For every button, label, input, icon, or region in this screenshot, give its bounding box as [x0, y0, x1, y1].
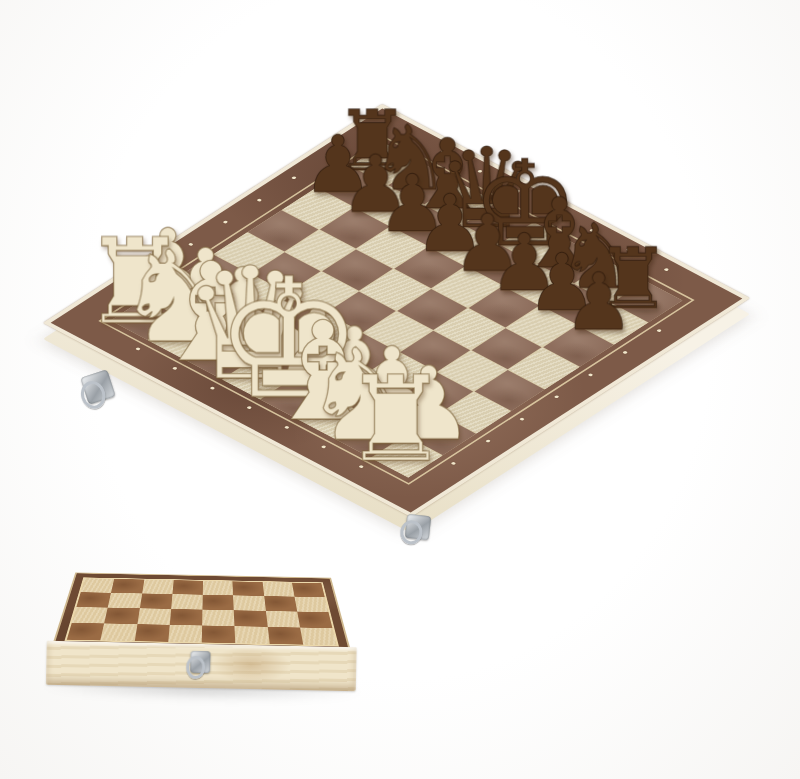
- frame-pin: [120, 287, 126, 291]
- frame-pin: [246, 406, 252, 410]
- box-square: [234, 610, 267, 627]
- folded-box-checkerboard: [65, 577, 339, 646]
- frame-pin: [451, 461, 457, 465]
- box-square: [300, 628, 337, 646]
- box-square: [265, 611, 299, 628]
- frame-pin: [257, 198, 263, 202]
- front-clasp-icon: [397, 509, 438, 545]
- box-clasp-icon: [184, 648, 217, 677]
- box-square: [235, 626, 270, 644]
- frame-pin: [588, 373, 594, 377]
- chess-pieces-layer: ♜♞♝♛♚♝♞♜♟♟♟♟♟♟♟♟♟♟♟♟♟♟♟♟♜♞♝♛♚♝♞♜: [111, 144, 683, 478]
- box-square: [76, 592, 111, 607]
- box-square: [172, 580, 203, 595]
- frame-pin: [588, 228, 594, 232]
- box-square: [139, 593, 172, 608]
- box-square: [170, 609, 203, 626]
- frame-pin: [188, 242, 194, 246]
- frame-pin: [135, 347, 141, 351]
- frame-pin: [325, 154, 331, 158]
- box-square: [72, 607, 108, 623]
- frame-pin: [551, 209, 557, 213]
- frame-pin: [291, 176, 297, 180]
- frame-pin: [519, 417, 525, 421]
- box-square: [233, 581, 264, 596]
- frame-pin: [222, 220, 228, 224]
- frame-pin: [440, 150, 446, 154]
- box-square: [203, 581, 234, 596]
- frame-pin: [554, 395, 560, 399]
- box-square: [111, 579, 144, 594]
- box-square: [267, 627, 303, 645]
- box-square: [108, 593, 142, 608]
- frame-pin: [622, 351, 628, 355]
- box-square: [142, 580, 174, 595]
- frame-pin: [283, 425, 289, 429]
- box-square: [202, 625, 236, 643]
- box-square: [264, 596, 297, 612]
- frame-pin: [656, 329, 662, 333]
- frame-pin: [321, 445, 327, 449]
- box-square: [137, 608, 171, 625]
- frame-pin: [209, 386, 215, 390]
- box-square: [81, 578, 115, 593]
- box-square: [171, 594, 203, 610]
- box-square: [67, 623, 105, 641]
- box-square: [294, 597, 328, 613]
- open-chess-board: ♜♞♝♛♚♝♞♜♟♟♟♟♟♟♟♟♟♟♟♟♟♟♟♟♜♞♝♛♚♝♞♜: [43, 104, 750, 517]
- frame-pin: [626, 248, 632, 252]
- frame-pin: [358, 465, 364, 469]
- box-square: [262, 582, 294, 597]
- box-square: [233, 595, 265, 611]
- folded-chess-box: [44, 553, 359, 710]
- box-square: [202, 595, 234, 611]
- frame-pin: [172, 366, 178, 370]
- box-square: [202, 610, 235, 627]
- box-square: [104, 608, 139, 625]
- folded-box-front: [46, 641, 357, 691]
- box-square: [101, 623, 137, 641]
- product-photo-scene: ♜♞♝♛♚♝♞♜♟♟♟♟♟♟♟♟♟♟♟♟♟♟♟♟♜♞♝♛♚♝♞♜: [0, 0, 800, 779]
- frame-pin: [477, 169, 483, 173]
- box-square: [292, 583, 325, 598]
- box-square: [134, 624, 169, 642]
- box-square: [297, 612, 332, 629]
- frame-pin: [514, 189, 520, 193]
- folded-box-top-wrap: [52, 553, 354, 655]
- box-square: [168, 625, 202, 643]
- frame-pin: [485, 439, 491, 443]
- frame-pin: [154, 265, 160, 269]
- frame-pin: [663, 268, 669, 272]
